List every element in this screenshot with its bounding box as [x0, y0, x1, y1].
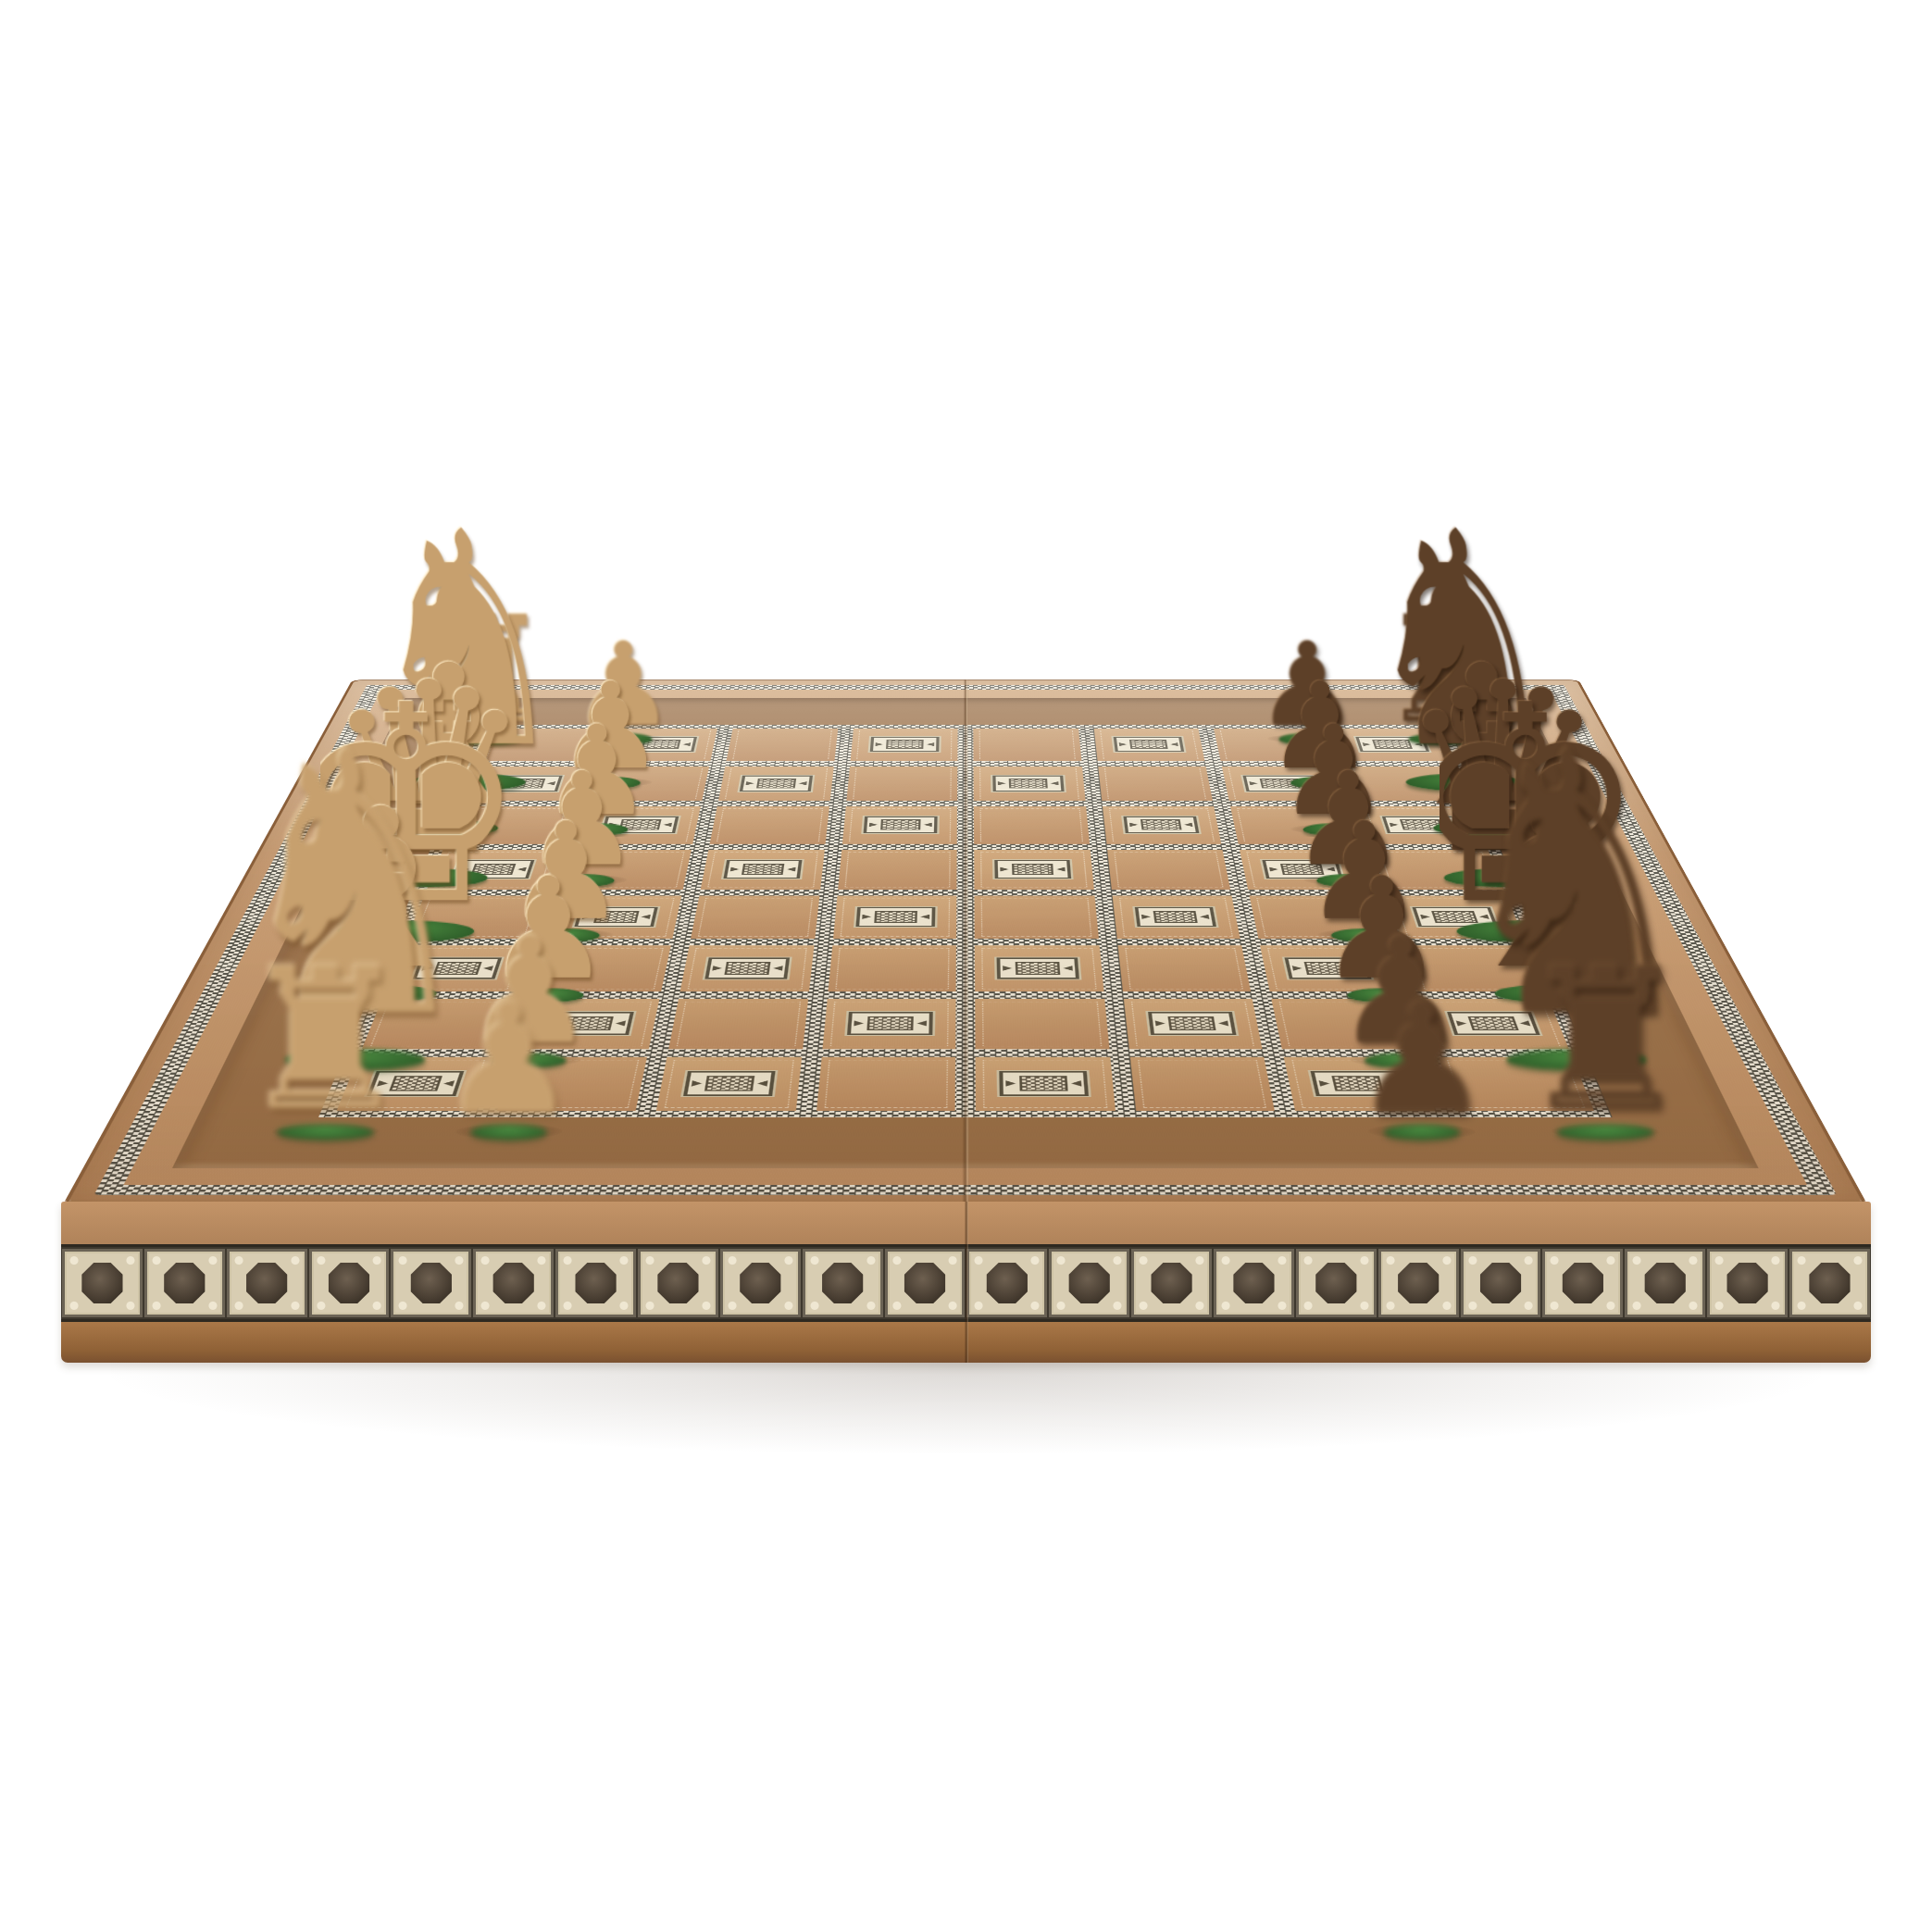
piece-glyph: ♟ — [440, 986, 578, 1131]
rosette-tile — [1296, 1249, 1377, 1317]
piece-glyph: ♜ — [238, 946, 413, 1131]
rosette-medallion-icon — [1479, 1262, 1522, 1304]
rosette-medallion-icon — [575, 1262, 617, 1304]
rosette-tile — [473, 1249, 554, 1317]
rosette-tile — [1461, 1249, 1541, 1317]
piece-glyph: ♜ — [1517, 946, 1692, 1131]
rosette-medallion-icon — [739, 1262, 781, 1304]
rosette-tile — [227, 1249, 307, 1317]
rosette-medallion-icon — [986, 1262, 1028, 1304]
front-hinge-seam — [965, 1202, 968, 1363]
rosette-medallion-icon — [1151, 1262, 1193, 1304]
rosette-medallion-icon — [1726, 1262, 1769, 1304]
rosette-medallion-icon — [81, 1262, 123, 1304]
rosette-medallion-icon — [328, 1262, 370, 1304]
rosette-tile — [638, 1249, 718, 1317]
rosette-tile — [1131, 1249, 1212, 1317]
rosette-medallion-icon — [245, 1262, 288, 1304]
black-rook[interactable]: ♜ — [1507, 937, 1702, 1132]
rosette-medallion-icon — [1068, 1262, 1111, 1304]
product-photo-stage: ♜♟♟♜♞♟♟♞♝♟♟♝♛♟♟♛♚♟♟♚♝♟♟♝♞♟♟♞♜♟♟♜ — [0, 0, 1932, 1932]
rosette-medallion-icon — [410, 1262, 453, 1304]
white-rook[interactable]: ♜ — [228, 937, 423, 1132]
box-front-face — [61, 1202, 1871, 1363]
rosette-tile — [1542, 1249, 1623, 1317]
rosette-medallion-icon — [1562, 1262, 1604, 1304]
rosette-medallion-icon — [163, 1262, 206, 1304]
rosette-tile — [62, 1249, 143, 1317]
piece-glyph: ♟ — [1353, 986, 1491, 1131]
rosette-tile — [144, 1249, 225, 1317]
rosette-tile — [1789, 1249, 1870, 1317]
white-pawn[interactable]: ♟ — [411, 978, 606, 1132]
perspective-scene: ♜♟♟♜♞♟♟♞♝♟♟♝♛♟♟♛♚♟♟♚♝♟♟♝♞♟♟♞♜♟♟♜ — [0, 0, 1932, 1932]
rosette-tile — [1625, 1249, 1705, 1317]
rosette-tile — [391, 1249, 471, 1317]
rosette-tile — [1049, 1249, 1129, 1317]
rosette-tile — [966, 1249, 1047, 1317]
rosette-tile — [803, 1249, 883, 1317]
rosette-tile — [309, 1249, 390, 1317]
rosette-tile — [1707, 1249, 1788, 1317]
black-pawn[interactable]: ♟ — [1325, 978, 1520, 1132]
rosette-tile — [1378, 1249, 1459, 1317]
rosette-medallion-icon — [904, 1262, 946, 1304]
board-hinge-seam — [962, 679, 968, 1203]
rosette-tile — [720, 1249, 801, 1317]
rosette-medallion-icon — [656, 1262, 699, 1304]
rosette-medallion-icon — [1315, 1262, 1357, 1304]
rosette-medallion-icon — [1232, 1262, 1275, 1304]
chess-board: ♜♟♟♜♞♟♟♞♝♟♟♝♛♟♟♛♚♟♟♚♝♟♟♝♞♟♟♞♜♟♟♜ — [67, 680, 1863, 1204]
rosette-tile — [555, 1249, 636, 1317]
rosette-medallion-icon — [1644, 1262, 1687, 1304]
rosette-medallion-icon — [1397, 1262, 1440, 1304]
rosette-medallion-icon — [1808, 1262, 1851, 1304]
rosette-tile — [1214, 1249, 1294, 1317]
rosette-medallion-icon — [492, 1262, 535, 1304]
rosette-tile — [885, 1249, 966, 1317]
rosette-medallion-icon — [821, 1262, 864, 1304]
